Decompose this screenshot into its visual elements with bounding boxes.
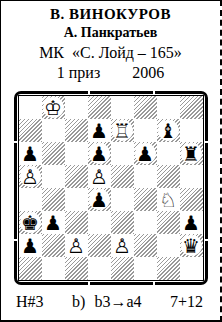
border-gap xyxy=(88,282,90,285)
black-pawn-piece: ♟ xyxy=(42,211,65,234)
problem-footer: H#3 b) b3→a4 7+12 xyxy=(1,285,220,311)
square-f5 xyxy=(134,165,157,188)
square-e2: ♙ xyxy=(111,234,134,257)
black-pawn-piece: ♟ xyxy=(134,142,157,165)
black-bishop-piece: ♝ xyxy=(157,119,180,142)
black-pawn-piece: ♟ xyxy=(19,234,42,257)
square-a6: ♟ xyxy=(19,142,42,165)
square-g4: ♘ xyxy=(157,188,180,211)
square-e3 xyxy=(111,211,134,234)
square-d6: ♟ xyxy=(88,142,111,165)
square-f3 xyxy=(134,211,157,234)
problem-header: В. ВИНОКУРОВ А. Панкратьев МК «С. Лойд –… xyxy=(1,1,220,82)
square-e7: ♖ xyxy=(111,119,134,142)
square-b1 xyxy=(42,257,65,280)
board-frame: ♔♟♖♝♟♟♟♜♙♙♟♘♚♟♟♟♙♙♛ xyxy=(14,91,208,285)
square-f1 xyxy=(134,257,157,280)
square-d8 xyxy=(88,96,111,119)
square-e5 xyxy=(111,165,134,188)
square-h4 xyxy=(180,188,203,211)
square-c3 xyxy=(65,211,88,234)
square-a1 xyxy=(19,257,42,280)
year-text: 2006 xyxy=(132,64,164,82)
black-rook-piece: ♜ xyxy=(180,142,203,165)
square-d5: ♙ xyxy=(88,165,111,188)
square-f2 xyxy=(134,234,157,257)
border-gap xyxy=(205,141,208,143)
square-h7 xyxy=(180,119,203,142)
award-line: 1 приз 2006 xyxy=(1,64,220,82)
square-g3 xyxy=(157,211,180,234)
stipulation-text: H#3 xyxy=(16,293,44,311)
square-g7: ♝ xyxy=(157,119,180,142)
square-h6: ♜ xyxy=(180,142,203,165)
border-gap xyxy=(153,282,155,285)
square-c4 xyxy=(65,188,88,211)
square-b5 xyxy=(42,165,65,188)
square-e4 xyxy=(111,188,134,211)
square-c7 xyxy=(65,119,88,142)
black-pawn-piece: ♟ xyxy=(19,142,42,165)
square-f7 xyxy=(134,119,157,142)
square-a2: ♟ xyxy=(19,234,42,257)
square-d3 xyxy=(88,211,111,234)
square-a7 xyxy=(19,119,42,142)
border-gap xyxy=(14,239,17,241)
white-pawn-piece: ♙ xyxy=(19,165,42,188)
square-h2: ♛ xyxy=(180,234,203,257)
square-h1 xyxy=(180,257,203,280)
twin-move: b3→a4 xyxy=(94,293,141,311)
square-a4 xyxy=(19,188,42,211)
composer-name-2: А. Панкратьев xyxy=(1,25,220,41)
square-e1 xyxy=(111,257,134,280)
square-f4 xyxy=(134,188,157,211)
square-b6 xyxy=(42,142,65,165)
black-pawn-piece: ♟ xyxy=(88,188,111,211)
square-b8: ♔ xyxy=(42,96,65,119)
square-b4 xyxy=(42,188,65,211)
square-b2 xyxy=(42,234,65,257)
tourney-title: МК «С. Лойд – 165» xyxy=(1,44,220,62)
twin-label: b) xyxy=(72,293,85,311)
square-g2 xyxy=(157,234,180,257)
square-h5 xyxy=(180,165,203,188)
square-c6 xyxy=(65,142,88,165)
square-e8 xyxy=(111,96,134,119)
border-gap xyxy=(14,141,17,143)
black-queen-piece: ♛ xyxy=(180,234,203,257)
black-pawn-piece: ♟ xyxy=(88,142,111,165)
square-b3: ♟ xyxy=(42,211,65,234)
square-h3: ♟ xyxy=(180,211,203,234)
white-pawn-piece: ♙ xyxy=(111,234,134,257)
square-g1 xyxy=(157,257,180,280)
border-gap xyxy=(88,91,90,94)
white-king-piece: ♔ xyxy=(42,96,65,119)
white-rook-piece: ♖ xyxy=(111,119,134,142)
square-c1 xyxy=(65,257,88,280)
square-d1 xyxy=(88,257,111,280)
black-pawn-piece: ♟ xyxy=(88,119,111,142)
chess-board: ♔♟♖♝♟♟♟♜♙♙♟♘♚♟♟♟♙♙♛ xyxy=(18,95,204,281)
award-text: 1 приз xyxy=(57,64,100,82)
square-d7: ♟ xyxy=(88,119,111,142)
board-border: ♔♟♖♝♟♟♟♜♙♙♟♘♚♟♟♟♙♙♛ xyxy=(14,91,208,285)
white-pawn-piece: ♙ xyxy=(65,234,88,257)
square-f6: ♟ xyxy=(134,142,157,165)
border-gap xyxy=(205,239,208,241)
twin-condition: b) b3→a4 xyxy=(72,293,141,311)
square-c2: ♙ xyxy=(65,234,88,257)
square-f8 xyxy=(134,96,157,119)
square-g5 xyxy=(157,165,180,188)
square-c5 xyxy=(65,165,88,188)
problem-card: В. ВИНОКУРОВ А. Панкратьев МК «С. Лойд –… xyxy=(0,0,222,322)
square-a8 xyxy=(19,96,42,119)
square-c8 xyxy=(65,96,88,119)
white-pawn-piece: ♙ xyxy=(88,165,111,188)
square-g8 xyxy=(157,96,180,119)
square-h8 xyxy=(180,96,203,119)
square-g6 xyxy=(157,142,180,165)
square-b7 xyxy=(42,119,65,142)
material-count: 7+12 xyxy=(170,293,203,311)
white-knight-piece: ♘ xyxy=(157,188,180,211)
black-king-piece: ♚ xyxy=(19,211,42,234)
square-a3: ♚ xyxy=(19,211,42,234)
square-d2 xyxy=(88,234,111,257)
square-d4: ♟ xyxy=(88,188,111,211)
square-a5: ♙ xyxy=(19,165,42,188)
square-e6 xyxy=(111,142,134,165)
border-gap xyxy=(153,91,155,94)
black-pawn-piece: ♟ xyxy=(180,211,203,234)
composer-name-1: В. ВИНОКУРОВ xyxy=(1,6,220,23)
